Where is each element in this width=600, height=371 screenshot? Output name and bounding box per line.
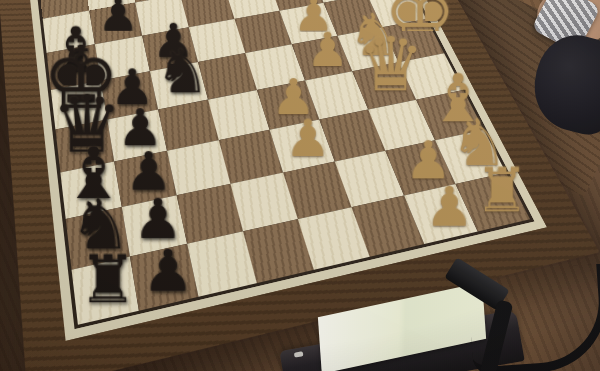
chess-piece-black-pawn-a7: ♟ [142,241,194,299]
chess-piece-white-pawn-a2: ♟ [425,179,474,234]
chess-piece-black-knight-e6: ♞ [155,41,209,102]
photo-stage: ♜♟♟♜♟♟♝♟♟♝♚♟♞♟♞♚♛♟♟♛♝♟♟♝♞♟♟♞♜♟♟♜ [0,0,600,371]
chess-piece-white-pawn-c4: ♟ [285,112,331,163]
photo-soft-focus-layer: ♜♟♟♜♟♟♝♟♟♝♚♟♞♟♞♚♛♟♟♛♝♟♟♝♞♟♟♞♜♟♟♜ [0,0,600,371]
chess-piece-white-pawn-e3: ♟ [306,26,348,73]
chess-piece-white-queen-d2: ♛ [357,27,424,102]
square-b6 [177,184,243,244]
chess-piece-black-rook-h8: ♜ [43,0,88,12]
chess-piece-black-rook-a8: ♜ [78,247,137,313]
chess-piece-white-rook-a1: ♜ [475,161,530,222]
player-arm [490,0,600,130]
sleeve [524,27,600,141]
device-button-dot [294,351,304,357]
